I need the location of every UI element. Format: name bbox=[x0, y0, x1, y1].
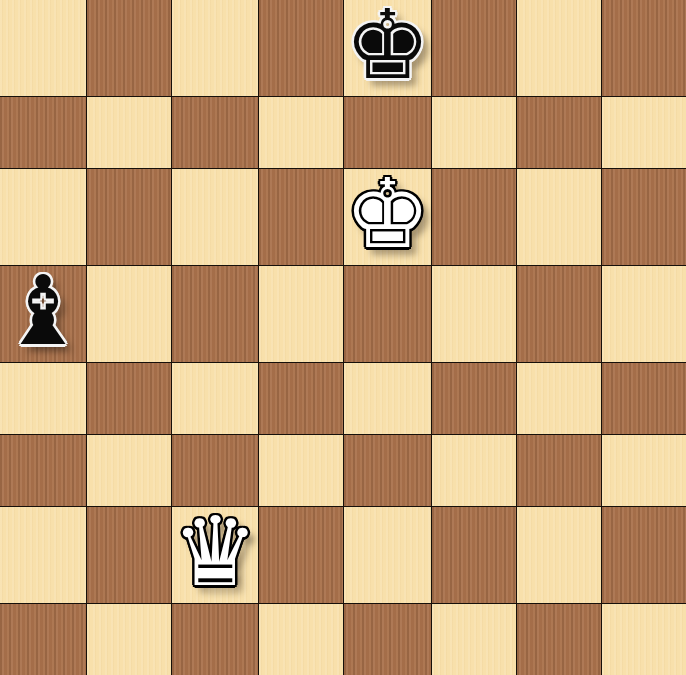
square-e6[interactable]: ♚ bbox=[344, 169, 430, 265]
square-b5[interactable] bbox=[87, 266, 171, 362]
square-f3[interactable] bbox=[432, 435, 516, 506]
square-f7[interactable] bbox=[432, 97, 516, 168]
square-b8[interactable] bbox=[87, 0, 171, 96]
square-a2[interactable] bbox=[0, 507, 86, 603]
square-d3[interactable] bbox=[259, 435, 343, 506]
square-f4[interactable] bbox=[432, 363, 516, 434]
chess-board: ♚♚♝♛ bbox=[0, 0, 686, 675]
square-h3[interactable] bbox=[602, 435, 686, 506]
square-b2[interactable] bbox=[87, 507, 171, 603]
square-g1[interactable] bbox=[517, 604, 601, 675]
square-a5[interactable]: ♝ bbox=[0, 266, 86, 362]
square-a8[interactable] bbox=[0, 0, 86, 96]
chess-board-wrapper: ♚♚♝♛ bbox=[0, 0, 686, 675]
square-g6[interactable] bbox=[517, 169, 601, 265]
square-a3[interactable] bbox=[0, 435, 86, 506]
square-g5[interactable] bbox=[517, 266, 601, 362]
square-a7[interactable] bbox=[0, 97, 86, 168]
piece-black-bishop[interactable]: ♝ bbox=[0, 263, 86, 359]
square-e8[interactable]: ♚ bbox=[344, 0, 430, 96]
square-c2[interactable]: ♛ bbox=[172, 507, 258, 603]
square-a6[interactable] bbox=[0, 169, 86, 265]
square-h5[interactable] bbox=[602, 266, 686, 362]
square-b7[interactable] bbox=[87, 97, 171, 168]
square-b3[interactable] bbox=[87, 435, 171, 506]
square-d4[interactable] bbox=[259, 363, 343, 434]
square-e2[interactable] bbox=[344, 507, 430, 603]
square-h8[interactable] bbox=[602, 0, 686, 96]
square-f6[interactable] bbox=[432, 169, 516, 265]
piece-white-king[interactable]: ♚ bbox=[344, 166, 430, 262]
square-f5[interactable] bbox=[432, 266, 516, 362]
square-b6[interactable] bbox=[87, 169, 171, 265]
square-g8[interactable] bbox=[517, 0, 601, 96]
square-f1[interactable] bbox=[432, 604, 516, 675]
square-h1[interactable] bbox=[602, 604, 686, 675]
piece-black-king[interactable]: ♚ bbox=[344, 0, 430, 93]
square-e3[interactable] bbox=[344, 435, 430, 506]
square-e4[interactable] bbox=[344, 363, 430, 434]
square-d2[interactable] bbox=[259, 507, 343, 603]
square-h2[interactable] bbox=[602, 507, 686, 603]
square-c1[interactable] bbox=[172, 604, 258, 675]
square-f2[interactable] bbox=[432, 507, 516, 603]
square-b4[interactable] bbox=[87, 363, 171, 434]
square-h6[interactable] bbox=[602, 169, 686, 265]
square-d1[interactable] bbox=[259, 604, 343, 675]
square-b1[interactable] bbox=[87, 604, 171, 675]
square-c7[interactable] bbox=[172, 97, 258, 168]
square-a1[interactable] bbox=[0, 604, 86, 675]
square-g7[interactable] bbox=[517, 97, 601, 168]
square-g4[interactable] bbox=[517, 363, 601, 434]
square-a4[interactable] bbox=[0, 363, 86, 434]
square-f8[interactable] bbox=[432, 0, 516, 96]
square-d8[interactable] bbox=[259, 0, 343, 96]
square-c5[interactable] bbox=[172, 266, 258, 362]
piece-white-queen[interactable]: ♛ bbox=[172, 504, 258, 600]
square-h7[interactable] bbox=[602, 97, 686, 168]
square-g3[interactable] bbox=[517, 435, 601, 506]
square-h4[interactable] bbox=[602, 363, 686, 434]
square-c6[interactable] bbox=[172, 169, 258, 265]
square-c4[interactable] bbox=[172, 363, 258, 434]
square-d7[interactable] bbox=[259, 97, 343, 168]
square-c8[interactable] bbox=[172, 0, 258, 96]
square-e5[interactable] bbox=[344, 266, 430, 362]
square-e1[interactable] bbox=[344, 604, 430, 675]
square-g2[interactable] bbox=[517, 507, 601, 603]
square-d6[interactable] bbox=[259, 169, 343, 265]
square-d5[interactable] bbox=[259, 266, 343, 362]
